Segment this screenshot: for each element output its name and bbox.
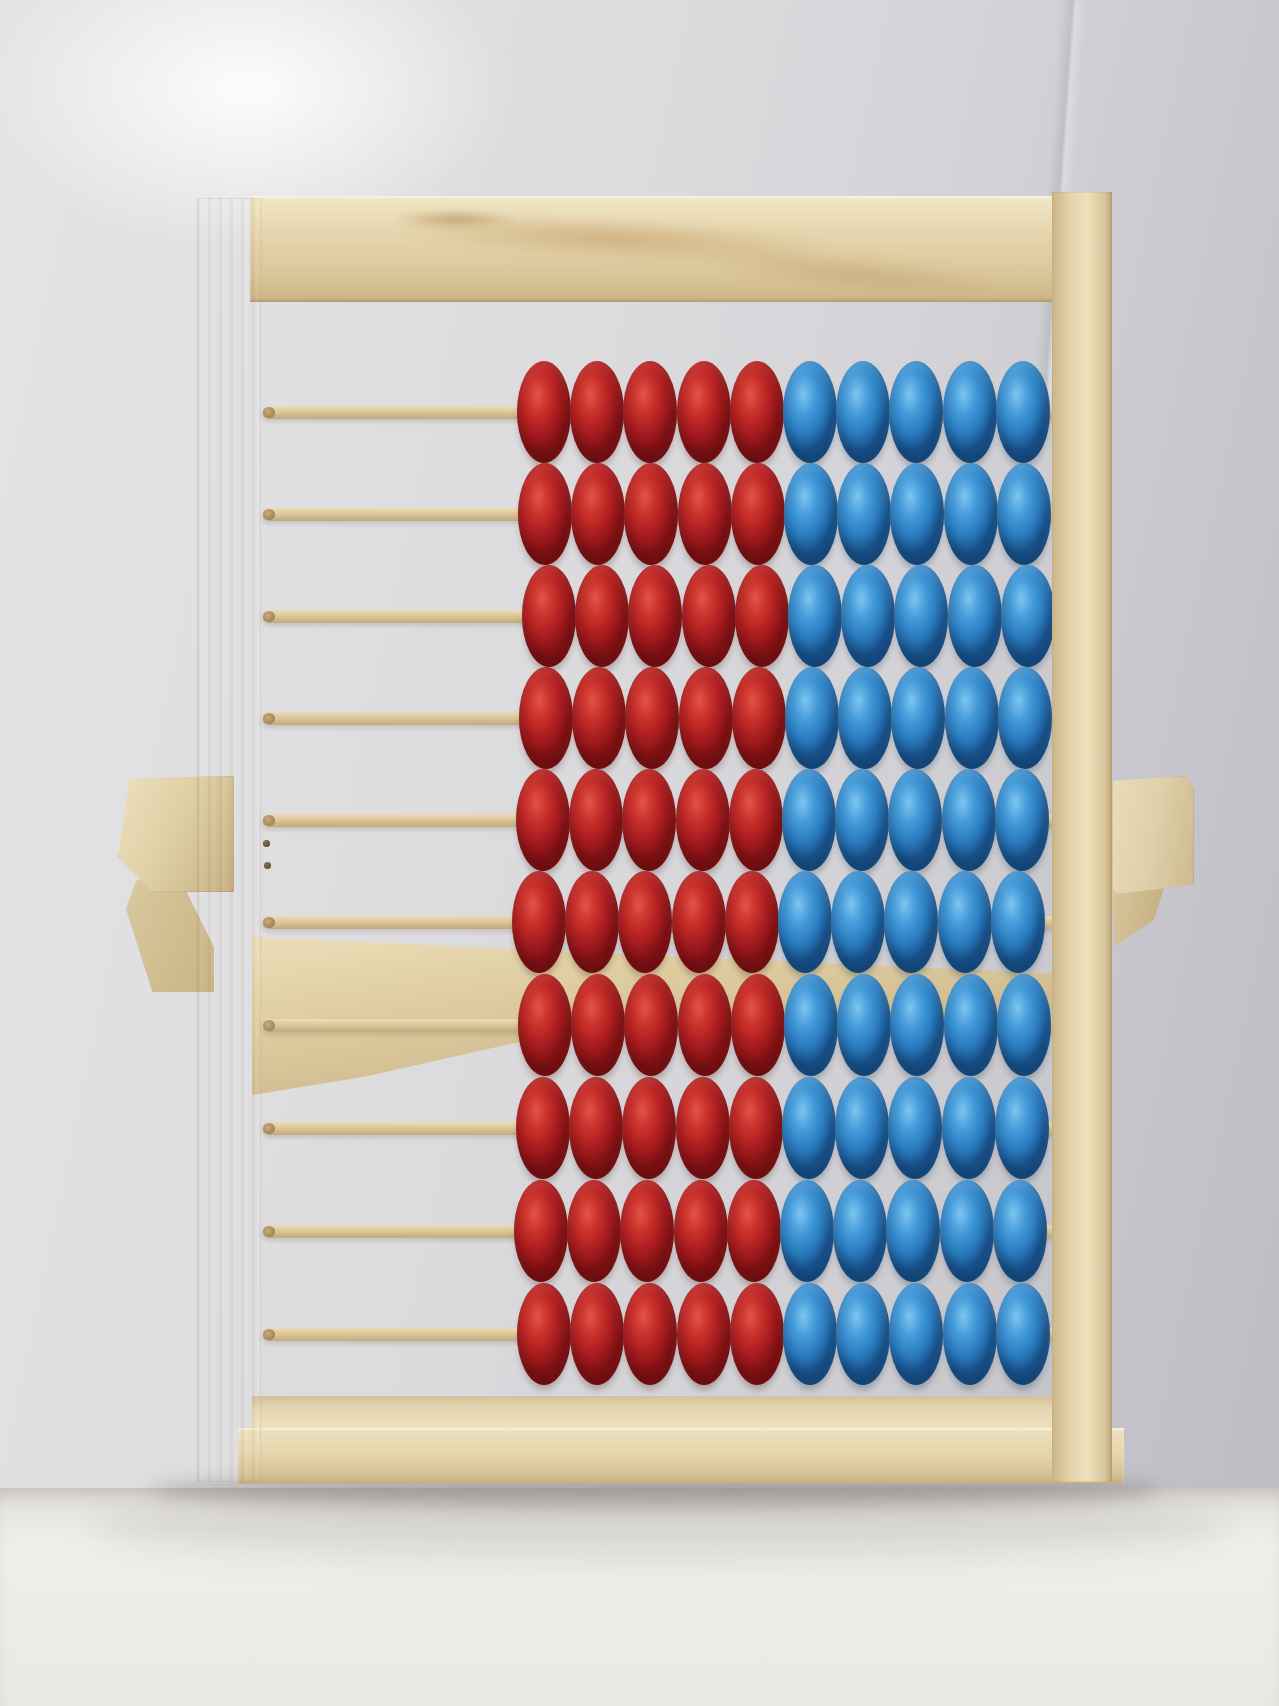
bead-blue[interactable] [996, 1283, 1050, 1385]
bead-blue[interactable] [995, 1077, 1049, 1179]
bead-red[interactable] [679, 667, 733, 769]
bead-red[interactable] [519, 667, 573, 769]
bead-red[interactable] [516, 1077, 570, 1179]
bead-red[interactable] [678, 463, 732, 565]
right-post [1052, 192, 1112, 1482]
bead-blue[interactable] [991, 871, 1045, 973]
bead-blue[interactable] [997, 974, 1051, 1076]
bead-red[interactable] [682, 565, 736, 667]
bead-blue[interactable] [835, 1077, 889, 1179]
bead-red[interactable] [624, 974, 678, 1076]
bead-red[interactable] [729, 1077, 783, 1179]
bead-red[interactable] [677, 1283, 731, 1385]
bead-blue[interactable] [780, 1180, 834, 1282]
bead-red[interactable] [518, 463, 572, 565]
bead-red[interactable] [620, 1180, 674, 1282]
bead-red[interactable] [569, 769, 623, 871]
bead-blue[interactable] [894, 565, 948, 667]
bead-red[interactable] [517, 1283, 571, 1385]
photo-of-abacus [0, 0, 1279, 1706]
bead-blue[interactable] [944, 463, 998, 565]
bead-red[interactable] [678, 974, 732, 1076]
bead-blue[interactable] [998, 667, 1052, 769]
bead-blue[interactable] [993, 1180, 1047, 1282]
bead-blue[interactable] [782, 769, 836, 871]
bead-blue[interactable] [996, 361, 1050, 463]
bead-red[interactable] [514, 1180, 568, 1282]
bead-blue[interactable] [783, 361, 837, 463]
bead-red[interactable] [575, 565, 629, 667]
bead-red[interactable] [618, 871, 672, 973]
bead-blue[interactable] [1001, 565, 1055, 667]
bead-blue[interactable] [836, 361, 890, 463]
bead-red[interactable] [731, 974, 785, 1076]
bead-red[interactable] [622, 769, 676, 871]
bead-blue[interactable] [891, 667, 945, 769]
bead-blue[interactable] [943, 361, 997, 463]
bead-blue[interactable] [938, 871, 992, 973]
bottom-rail-top-face [252, 1396, 1064, 1430]
bead-red[interactable] [570, 361, 624, 463]
bead-red[interactable] [572, 667, 626, 769]
bead-blue[interactable] [886, 1180, 940, 1282]
bead-blue[interactable] [837, 974, 891, 1076]
bead-red[interactable] [727, 1180, 781, 1282]
bead-red[interactable] [522, 565, 576, 667]
bead-red[interactable] [735, 565, 789, 667]
bead-red[interactable] [623, 361, 677, 463]
bead-blue[interactable] [995, 769, 1049, 871]
bead-blue[interactable] [942, 1077, 996, 1179]
bead-blue[interactable] [944, 974, 998, 1076]
bead-blue[interactable] [785, 667, 839, 769]
bead-red[interactable] [512, 871, 566, 973]
bead-red[interactable] [674, 1180, 728, 1282]
bead-blue[interactable] [782, 1077, 836, 1179]
bead-blue[interactable] [838, 667, 892, 769]
bead-red[interactable] [516, 769, 570, 871]
bead-blue[interactable] [784, 463, 838, 565]
bead-red[interactable] [730, 1283, 784, 1385]
bead-blue[interactable] [833, 1180, 887, 1282]
bead-red[interactable] [517, 361, 571, 463]
bead-red[interactable] [628, 565, 682, 667]
bead-red[interactable] [518, 974, 572, 1076]
bead-blue[interactable] [889, 361, 943, 463]
bottom-rail [238, 1428, 1124, 1484]
bead-red[interactable] [623, 1283, 677, 1385]
bead-blue[interactable] [841, 565, 895, 667]
bead-blue[interactable] [888, 769, 942, 871]
bead-red[interactable] [676, 1077, 730, 1179]
bead-red[interactable] [732, 667, 786, 769]
left-post [197, 198, 261, 1482]
bead-blue[interactable] [778, 871, 832, 973]
bead-blue[interactable] [836, 1283, 890, 1385]
bead-blue[interactable] [835, 769, 889, 871]
bead-blue[interactable] [884, 871, 938, 973]
bead-blue[interactable] [831, 871, 885, 973]
bead-red[interactable] [730, 361, 784, 463]
bead-blue[interactable] [997, 463, 1051, 565]
bead-red[interactable] [672, 871, 726, 973]
bead-red[interactable] [571, 463, 625, 565]
bead-blue[interactable] [945, 667, 999, 769]
bead-blue[interactable] [948, 565, 1002, 667]
bead-red[interactable] [677, 361, 731, 463]
bead-blue[interactable] [890, 463, 944, 565]
bead-red[interactable] [725, 871, 779, 973]
bead-blue[interactable] [788, 565, 842, 667]
bead-red[interactable] [625, 667, 679, 769]
bead-red[interactable] [729, 769, 783, 871]
dowel-hole [264, 862, 271, 869]
bead-red[interactable] [676, 769, 730, 871]
wood-knot [380, 208, 530, 230]
bead-blue[interactable] [784, 974, 838, 1076]
bead-red[interactable] [731, 463, 785, 565]
bead-blue[interactable] [837, 463, 891, 565]
bead-blue[interactable] [940, 1180, 994, 1282]
bead-red[interactable] [567, 1180, 621, 1282]
bead-blue[interactable] [890, 974, 944, 1076]
bead-blue[interactable] [942, 769, 996, 871]
bead-blue[interactable] [943, 1283, 997, 1385]
bead-blue[interactable] [889, 1283, 943, 1385]
dowel-hole [263, 840, 270, 847]
bead-red[interactable] [565, 871, 619, 973]
bead-red[interactable] [571, 974, 625, 1076]
bead-red[interactable] [624, 463, 678, 565]
bead-blue[interactable] [888, 1077, 942, 1179]
bead-red[interactable] [622, 1077, 676, 1179]
bead-red[interactable] [570, 1283, 624, 1385]
bead-red[interactable] [569, 1077, 623, 1179]
bead-blue[interactable] [783, 1283, 837, 1385]
